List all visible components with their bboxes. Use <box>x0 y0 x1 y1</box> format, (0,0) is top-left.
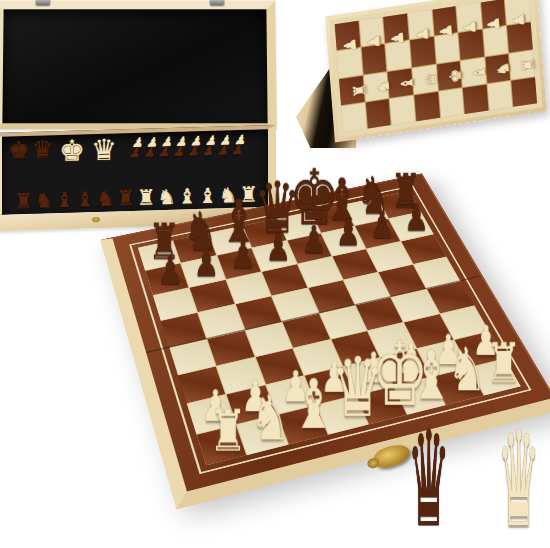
dark-pawn-b7: ♟ <box>192 243 221 282</box>
dark-pawn-f7: ♟ <box>334 214 362 252</box>
board-grid: ♜♞♝♛♚♝♞♜♟♟♟♟♟♟♟♟♟♟♟♟♟♟♟♟♜♞♝♛♚♝♞♜ <box>138 191 521 465</box>
dark-pawn-a7: ♟ <box>156 251 185 290</box>
square-b5 <box>199 305 245 339</box>
display-pieces: ♛♛♚♚ <box>384 446 550 546</box>
dark-pawn-e7: ♟ <box>299 221 327 259</box>
light-rook-a1: ♜ <box>209 401 242 459</box>
dark-pawn-c7: ♟ <box>228 236 257 274</box>
light-rook-h1: ♜ <box>485 335 517 390</box>
display-light-queen: ♛ <box>497 414 540 546</box>
light-bishop-c1: ♝ <box>291 370 324 439</box>
square-a1: ♜ <box>197 425 247 466</box>
light-knight-b1: ♞ <box>250 387 283 449</box>
dark-pawn-d7: ♟ <box>264 228 293 266</box>
display-dark-queen: ♛ <box>407 414 450 546</box>
dark-pawn-h7: ♟ <box>402 199 430 236</box>
dark-pawn-g7: ♟ <box>368 206 396 244</box>
